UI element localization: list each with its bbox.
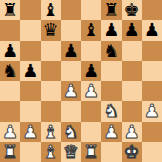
square-f3[interactable]: ♞ bbox=[101, 101, 121, 121]
square-e6[interactable] bbox=[81, 41, 101, 61]
square-d5[interactable] bbox=[61, 61, 81, 81]
piece-white-rook[interactable]: ♜ bbox=[2, 142, 18, 160]
square-e5[interactable]: ♟ bbox=[81, 61, 101, 81]
square-e2[interactable] bbox=[81, 122, 101, 142]
piece-white-knight[interactable]: ♞ bbox=[63, 122, 79, 140]
square-c8[interactable]: ♝ bbox=[41, 0, 61, 20]
square-e8[interactable] bbox=[81, 0, 101, 20]
square-g2[interactable]: ♟ bbox=[122, 122, 142, 142]
square-c2[interactable]: ♝ bbox=[41, 122, 61, 142]
square-h2[interactable] bbox=[142, 122, 162, 142]
square-b4[interactable] bbox=[20, 81, 40, 101]
piece-black-pawn[interactable]: ♟ bbox=[103, 21, 119, 39]
square-d7[interactable] bbox=[61, 20, 81, 40]
piece-white-pawn[interactable]: ♟ bbox=[144, 102, 160, 120]
square-b5[interactable]: ♟ bbox=[20, 61, 40, 81]
piece-black-pawn[interactable]: ♟ bbox=[144, 21, 160, 39]
square-f8[interactable]: ♜ bbox=[101, 0, 121, 20]
piece-white-king[interactable]: ♚ bbox=[124, 142, 140, 160]
square-a1[interactable]: ♜ bbox=[0, 142, 20, 162]
square-h1[interactable] bbox=[142, 142, 162, 162]
square-g4[interactable] bbox=[122, 81, 142, 101]
piece-white-queen[interactable]: ♛ bbox=[63, 142, 79, 160]
piece-black-pawn[interactable]: ♟ bbox=[124, 21, 140, 39]
square-f5[interactable] bbox=[101, 61, 121, 81]
piece-white-pawn[interactable]: ♟ bbox=[103, 122, 119, 140]
piece-white-pawn[interactable]: ♟ bbox=[83, 82, 99, 100]
piece-black-king[interactable]: ♚ bbox=[124, 1, 140, 19]
piece-black-pawn[interactable]: ♟ bbox=[2, 41, 18, 59]
square-b2[interactable]: ♟ bbox=[20, 122, 40, 142]
square-d4[interactable]: ♟ bbox=[61, 81, 81, 101]
piece-black-pawn[interactable]: ♟ bbox=[63, 41, 79, 59]
square-g8[interactable]: ♚ bbox=[122, 0, 142, 20]
square-a8[interactable]: ♜ bbox=[0, 0, 20, 20]
square-c6[interactable] bbox=[41, 41, 61, 61]
square-d2[interactable]: ♞ bbox=[61, 122, 81, 142]
square-f2[interactable]: ♟ bbox=[101, 122, 121, 142]
piece-white-rook[interactable]: ♜ bbox=[83, 142, 99, 160]
square-a5[interactable]: ♞ bbox=[0, 61, 20, 81]
square-e3[interactable] bbox=[81, 101, 101, 121]
square-a6[interactable]: ♟ bbox=[0, 41, 20, 61]
piece-black-rook[interactable]: ♜ bbox=[2, 1, 18, 19]
piece-black-bishop[interactable]: ♝ bbox=[83, 21, 99, 39]
square-h6[interactable] bbox=[142, 41, 162, 61]
square-b7[interactable] bbox=[20, 20, 40, 40]
square-a3[interactable] bbox=[0, 101, 20, 121]
square-e7[interactable]: ♝ bbox=[81, 20, 101, 40]
square-f7[interactable]: ♟ bbox=[101, 20, 121, 40]
square-f6[interactable]: ♞ bbox=[101, 41, 121, 61]
square-e1[interactable]: ♜ bbox=[81, 142, 101, 162]
piece-white-bishop[interactable]: ♝ bbox=[43, 142, 59, 160]
piece-black-bishop[interactable]: ♝ bbox=[43, 1, 59, 19]
square-f4[interactable] bbox=[101, 81, 121, 101]
square-h5[interactable] bbox=[142, 61, 162, 81]
piece-black-knight[interactable]: ♞ bbox=[2, 61, 18, 79]
square-h3[interactable]: ♟ bbox=[142, 101, 162, 121]
square-a2[interactable]: ♟ bbox=[0, 122, 20, 142]
piece-white-pawn[interactable]: ♟ bbox=[124, 122, 140, 140]
square-d1[interactable]: ♛ bbox=[61, 142, 81, 162]
square-c4[interactable] bbox=[41, 81, 61, 101]
square-g5[interactable] bbox=[122, 61, 142, 81]
square-b3[interactable] bbox=[20, 101, 40, 121]
piece-white-pawn[interactable]: ♟ bbox=[22, 122, 38, 140]
square-h8[interactable] bbox=[142, 0, 162, 20]
square-a4[interactable] bbox=[0, 81, 20, 101]
square-d6[interactable]: ♟ bbox=[61, 41, 81, 61]
square-g1[interactable]: ♚ bbox=[122, 142, 142, 162]
piece-black-queen[interactable]: ♛ bbox=[43, 21, 59, 39]
square-g3[interactable] bbox=[122, 101, 142, 121]
square-e4[interactable]: ♟ bbox=[81, 81, 101, 101]
piece-white-pawn[interactable]: ♟ bbox=[2, 122, 18, 140]
square-b6[interactable] bbox=[20, 41, 40, 61]
square-a7[interactable] bbox=[0, 20, 20, 40]
square-g7[interactable]: ♟ bbox=[122, 20, 142, 40]
piece-white-pawn[interactable]: ♟ bbox=[63, 82, 79, 100]
piece-black-pawn[interactable]: ♟ bbox=[22, 61, 38, 79]
square-d8[interactable] bbox=[61, 0, 81, 20]
square-g6[interactable] bbox=[122, 41, 142, 61]
piece-white-bishop[interactable]: ♝ bbox=[43, 122, 59, 140]
square-c1[interactable]: ♝ bbox=[41, 142, 61, 162]
piece-black-rook[interactable]: ♜ bbox=[103, 1, 119, 19]
chess-board: ♜♝♜♚♛♝♟♟♟♟♟♞♞♟♟♟♟♞♟♟♟♝♞♟♟♜♝♛♜♚ bbox=[0, 0, 162, 162]
square-c3[interactable] bbox=[41, 101, 61, 121]
square-d3[interactable] bbox=[61, 101, 81, 121]
piece-black-knight[interactable]: ♞ bbox=[103, 41, 119, 59]
square-b8[interactable] bbox=[20, 0, 40, 20]
square-b1[interactable] bbox=[20, 142, 40, 162]
square-f1[interactable] bbox=[101, 142, 121, 162]
square-c5[interactable] bbox=[41, 61, 61, 81]
square-h4[interactable] bbox=[142, 81, 162, 101]
square-h7[interactable]: ♟ bbox=[142, 20, 162, 40]
square-c7[interactable]: ♛ bbox=[41, 20, 61, 40]
piece-white-knight[interactable]: ♞ bbox=[103, 102, 119, 120]
piece-black-pawn[interactable]: ♟ bbox=[83, 61, 99, 79]
